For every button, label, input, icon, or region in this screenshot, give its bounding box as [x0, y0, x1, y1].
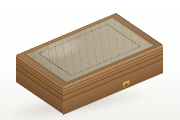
pieces-layer [0, 0, 180, 120]
chess-set-photo [0, 0, 180, 120]
